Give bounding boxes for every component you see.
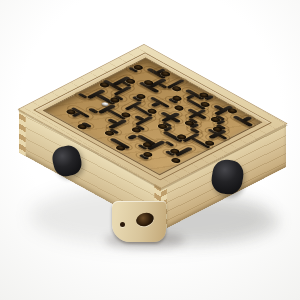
finger-joint xyxy=(19,109,26,157)
maze-wall xyxy=(242,116,252,121)
ball-exit-hole xyxy=(134,211,155,229)
maze-wall xyxy=(186,94,196,99)
maze-wall xyxy=(128,134,138,139)
ball-return-spout xyxy=(112,201,166,242)
maze-wall xyxy=(151,102,161,107)
maze-hole xyxy=(170,157,183,164)
small-hole xyxy=(120,222,125,227)
photo-background xyxy=(0,0,300,300)
